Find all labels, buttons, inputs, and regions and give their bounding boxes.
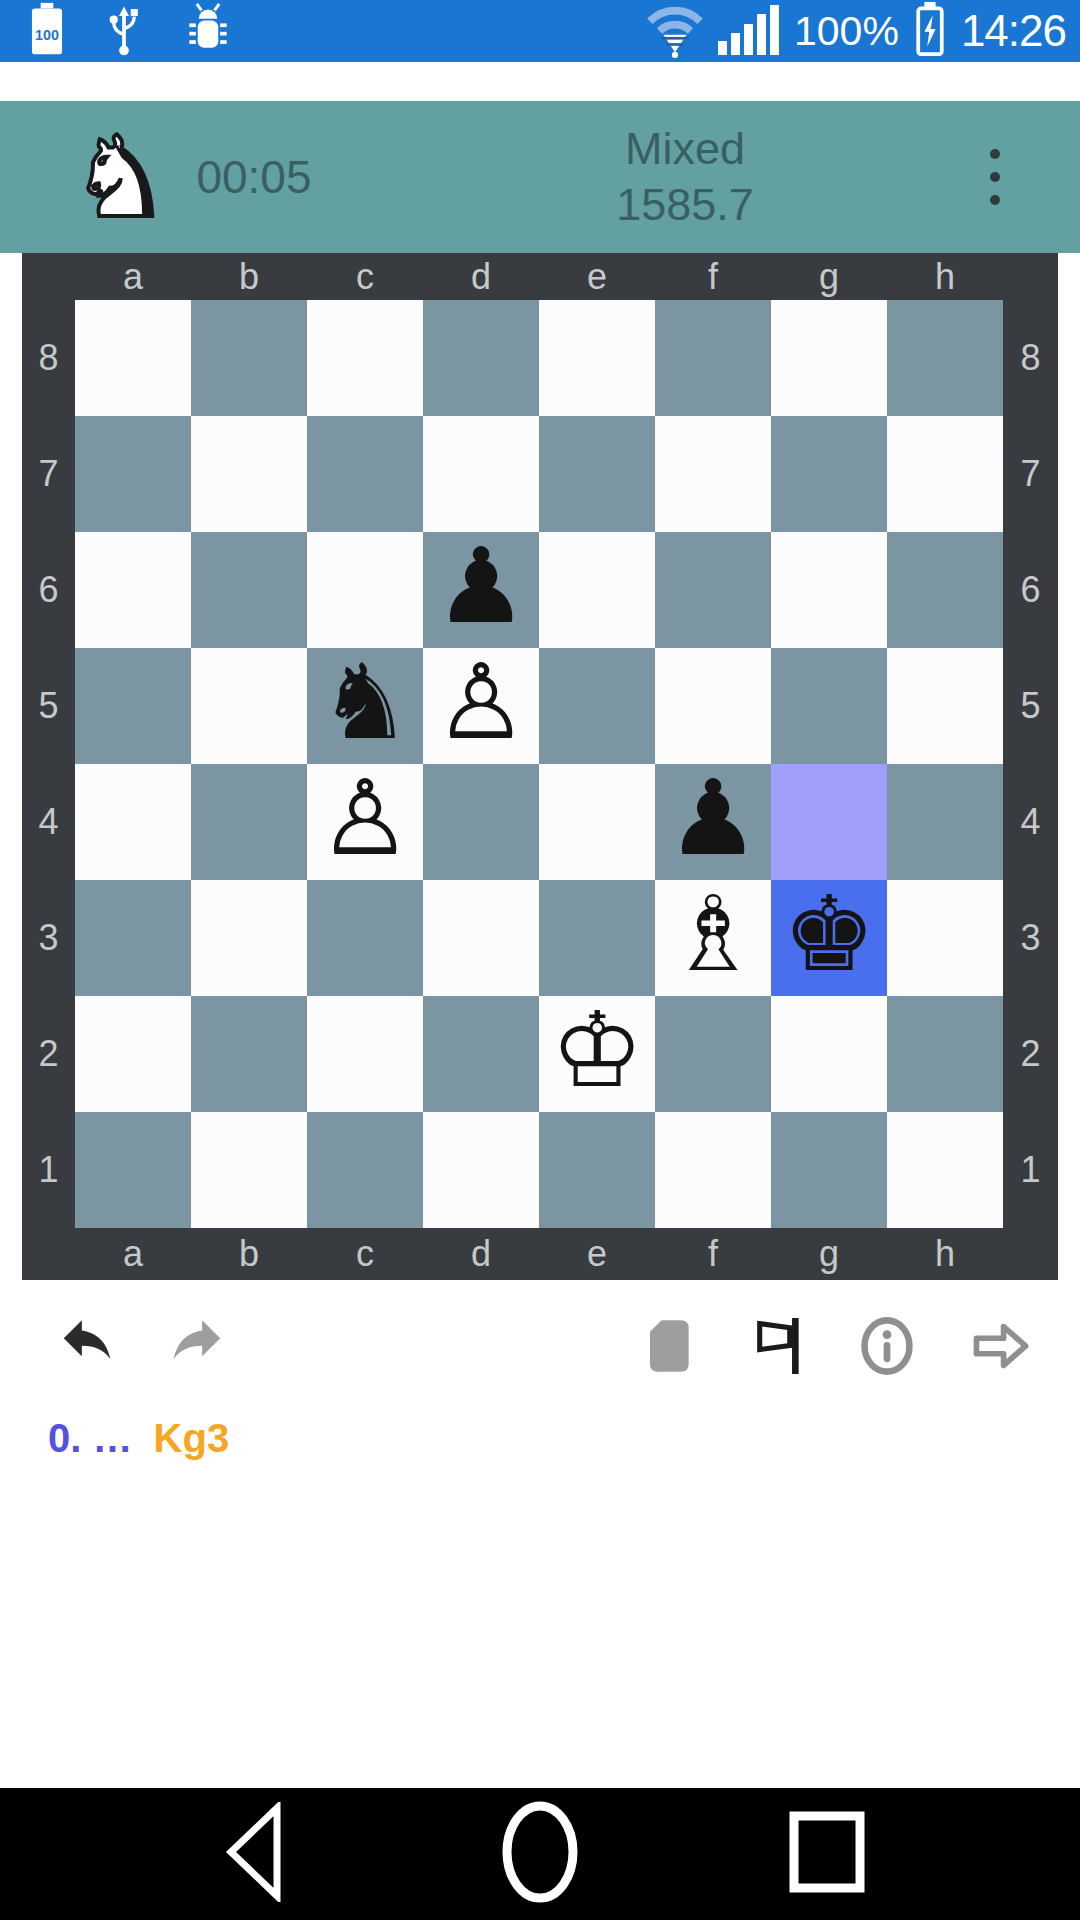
android-nav-bar bbox=[0, 1788, 1080, 1920]
file-label-d-bottom: d bbox=[423, 1228, 539, 1280]
square-b6[interactable] bbox=[191, 532, 307, 648]
square-d2[interactable] bbox=[423, 996, 539, 1112]
square-e8[interactable] bbox=[539, 300, 655, 416]
square-d8[interactable] bbox=[423, 300, 539, 416]
black-pawn[interactable]: ♟ bbox=[666, 766, 759, 870]
file-label-g-bottom: g bbox=[771, 1228, 887, 1280]
square-g5[interactable] bbox=[771, 648, 887, 764]
white-bishop[interactable]: ♗ bbox=[666, 882, 759, 986]
rank-label-7-left: 7 bbox=[22, 416, 75, 532]
square-c8[interactable] bbox=[307, 300, 423, 416]
square-d7[interactable] bbox=[423, 416, 539, 532]
rank-label-5-left: 5 bbox=[22, 648, 75, 764]
white-king[interactable]: ♔ bbox=[550, 998, 643, 1102]
rank-label-5-right: 5 bbox=[1003, 648, 1058, 764]
square-b4[interactable] bbox=[191, 764, 307, 880]
battery-percent-text: 100% bbox=[794, 8, 899, 55]
rank-label-1-right: 1 bbox=[1003, 1112, 1058, 1228]
black-king[interactable]: ♚ bbox=[782, 882, 875, 986]
file-label-h-bottom: h bbox=[887, 1228, 1003, 1280]
square-a8[interactable] bbox=[75, 300, 191, 416]
undo-icon[interactable] bbox=[56, 1315, 118, 1377]
square-h4[interactable] bbox=[887, 764, 1003, 880]
square-c2[interactable] bbox=[307, 996, 423, 1112]
square-e1[interactable] bbox=[539, 1112, 655, 1228]
status-bar: 100 bbox=[0, 0, 1080, 62]
battery-charging-icon bbox=[911, 1, 949, 61]
square-f1[interactable] bbox=[655, 1112, 771, 1228]
square-h7[interactable] bbox=[887, 416, 1003, 532]
board-corner bbox=[22, 253, 75, 300]
square-e3[interactable] bbox=[539, 880, 655, 996]
square-g3[interactable]: ♚ bbox=[771, 880, 887, 996]
file-label-e-bottom: e bbox=[539, 1228, 655, 1280]
move-number: 0. bbox=[48, 1416, 81, 1460]
rank-label-4-left: 4 bbox=[22, 764, 75, 880]
square-g8[interactable] bbox=[771, 300, 887, 416]
file-label-b-bottom: b bbox=[191, 1228, 307, 1280]
file-label-h-top: h bbox=[887, 253, 1003, 300]
move-ellipsis: … bbox=[92, 1416, 132, 1460]
square-f2[interactable] bbox=[655, 996, 771, 1112]
white-pawn[interactable]: ♙ bbox=[434, 650, 527, 754]
square-e4[interactable] bbox=[539, 764, 655, 880]
square-g2[interactable] bbox=[771, 996, 887, 1112]
square-f5[interactable] bbox=[655, 648, 771, 764]
square-b5[interactable] bbox=[191, 648, 307, 764]
rank-label-6-right: 6 bbox=[1003, 532, 1058, 648]
square-h2[interactable] bbox=[887, 996, 1003, 1112]
knight-icon: ♞ bbox=[70, 121, 170, 233]
square-f3[interactable]: ♗ bbox=[655, 880, 771, 996]
puzzle-rating: 1585.7 bbox=[550, 177, 820, 233]
square-g1[interactable] bbox=[771, 1112, 887, 1228]
rank-label-3-left: 3 bbox=[22, 880, 75, 996]
back-icon[interactable] bbox=[219, 1802, 289, 1906]
signal-strength-icon bbox=[718, 3, 782, 59]
recents-icon[interactable] bbox=[788, 1800, 866, 1908]
battery-level-icon: 100 bbox=[28, 1, 66, 61]
square-h8[interactable] bbox=[887, 300, 1003, 416]
home-icon[interactable] bbox=[501, 1800, 579, 1908]
square-a2[interactable] bbox=[75, 996, 191, 1112]
rank-label-8-left: 8 bbox=[22, 300, 75, 416]
square-f4[interactable]: ♟ bbox=[655, 764, 771, 880]
file-label-d-top: d bbox=[423, 253, 539, 300]
info-icon[interactable] bbox=[858, 1314, 916, 1378]
square-g4[interactable] bbox=[771, 764, 887, 880]
rank-label-2-right: 2 bbox=[1003, 996, 1058, 1112]
square-a6[interactable] bbox=[75, 532, 191, 648]
toolbar bbox=[0, 1308, 1080, 1384]
square-f7[interactable] bbox=[655, 416, 771, 532]
flag-icon[interactable] bbox=[748, 1313, 804, 1379]
square-c6[interactable] bbox=[307, 532, 423, 648]
file-label-b-top: b bbox=[191, 253, 307, 300]
square-g7[interactable] bbox=[771, 416, 887, 532]
app-header: ♞ 00:05 Mixed 1585.7 bbox=[0, 101, 1080, 253]
header-title-block: Mixed 1585.7 bbox=[550, 121, 820, 233]
next-arrow-icon[interactable] bbox=[970, 1317, 1032, 1375]
toolbar-left bbox=[56, 1315, 228, 1377]
file-label-f-bottom: f bbox=[655, 1228, 771, 1280]
file-label-f-top: f bbox=[655, 253, 771, 300]
rank-label-2-left: 2 bbox=[22, 996, 75, 1112]
square-a7[interactable] bbox=[75, 416, 191, 532]
square-d5[interactable]: ♙ bbox=[423, 648, 539, 764]
rank-label-1-left: 1 bbox=[22, 1112, 75, 1228]
square-c7[interactable] bbox=[307, 416, 423, 532]
file-label-g-top: g bbox=[771, 253, 887, 300]
status-bar-right: 100% 14:26 bbox=[644, 0, 1080, 62]
file-label-a-top: a bbox=[75, 253, 191, 300]
rank-label-4-right: 4 bbox=[1003, 764, 1058, 880]
toolbar-right bbox=[642, 1313, 1032, 1379]
file-label-c-top: c bbox=[307, 253, 423, 300]
kebab-menu-icon[interactable] bbox=[984, 143, 1006, 211]
black-knight[interactable]: ♞ bbox=[318, 650, 411, 754]
redo-icon[interactable] bbox=[166, 1315, 228, 1377]
square-b7[interactable] bbox=[191, 416, 307, 532]
chess-board: abcdefgh88776♟65♞♙54♙♟43♗♚32♔211abcdefgh bbox=[22, 253, 1058, 1280]
board-corner bbox=[1003, 253, 1058, 300]
square-h1[interactable] bbox=[887, 1112, 1003, 1228]
square-c1[interactable] bbox=[307, 1112, 423, 1228]
rank-label-8-right: 8 bbox=[1003, 300, 1058, 416]
square-c3[interactable] bbox=[307, 880, 423, 996]
square-d6[interactable]: ♟ bbox=[423, 532, 539, 648]
square-e5[interactable] bbox=[539, 648, 655, 764]
move-san[interactable]: Kg3 bbox=[154, 1416, 230, 1460]
square-c4[interactable]: ♙ bbox=[307, 764, 423, 880]
folder-icon[interactable] bbox=[642, 1315, 694, 1377]
square-d3[interactable] bbox=[423, 880, 539, 996]
square-b2[interactable] bbox=[191, 996, 307, 1112]
square-f8[interactable] bbox=[655, 300, 771, 416]
square-b8[interactable] bbox=[191, 300, 307, 416]
rank-label-7-right: 7 bbox=[1003, 416, 1058, 532]
file-label-a-bottom: a bbox=[75, 1228, 191, 1280]
square-c5[interactable]: ♞ bbox=[307, 648, 423, 764]
square-d1[interactable] bbox=[423, 1112, 539, 1228]
square-g6[interactable] bbox=[771, 532, 887, 648]
puzzle-category: Mixed bbox=[550, 121, 820, 177]
square-h6[interactable] bbox=[887, 532, 1003, 648]
rank-label-6-left: 6 bbox=[22, 532, 75, 648]
rank-label-3-right: 3 bbox=[1003, 880, 1058, 996]
square-b3[interactable] bbox=[191, 880, 307, 996]
square-a4[interactable] bbox=[75, 764, 191, 880]
move-list: 0. … Kg3 bbox=[48, 1416, 229, 1461]
square-a3[interactable] bbox=[75, 880, 191, 996]
square-e7[interactable] bbox=[539, 416, 655, 532]
wifi-icon bbox=[644, 0, 706, 62]
square-h3[interactable] bbox=[887, 880, 1003, 996]
bug-icon bbox=[182, 1, 234, 61]
white-pawn[interactable]: ♙ bbox=[318, 766, 411, 870]
square-f6[interactable] bbox=[655, 532, 771, 648]
usb-icon bbox=[104, 1, 144, 61]
square-b1[interactable] bbox=[191, 1112, 307, 1228]
square-h5[interactable] bbox=[887, 648, 1003, 764]
square-e6[interactable] bbox=[539, 532, 655, 648]
square-a1[interactable] bbox=[75, 1112, 191, 1228]
clock-text: 14:26 bbox=[961, 6, 1066, 56]
file-label-c-bottom: c bbox=[307, 1228, 423, 1280]
board-corner bbox=[22, 1228, 75, 1280]
square-d4[interactable] bbox=[423, 764, 539, 880]
puzzle-timer: 00:05 bbox=[196, 150, 311, 204]
svg-text:100: 100 bbox=[35, 27, 59, 43]
status-bar-left: 100 bbox=[0, 1, 234, 61]
board-corner bbox=[1003, 1228, 1058, 1280]
square-e2[interactable]: ♔ bbox=[539, 996, 655, 1112]
square-a5[interactable] bbox=[75, 648, 191, 764]
file-label-e-top: e bbox=[539, 253, 655, 300]
black-pawn[interactable]: ♟ bbox=[434, 534, 527, 638]
